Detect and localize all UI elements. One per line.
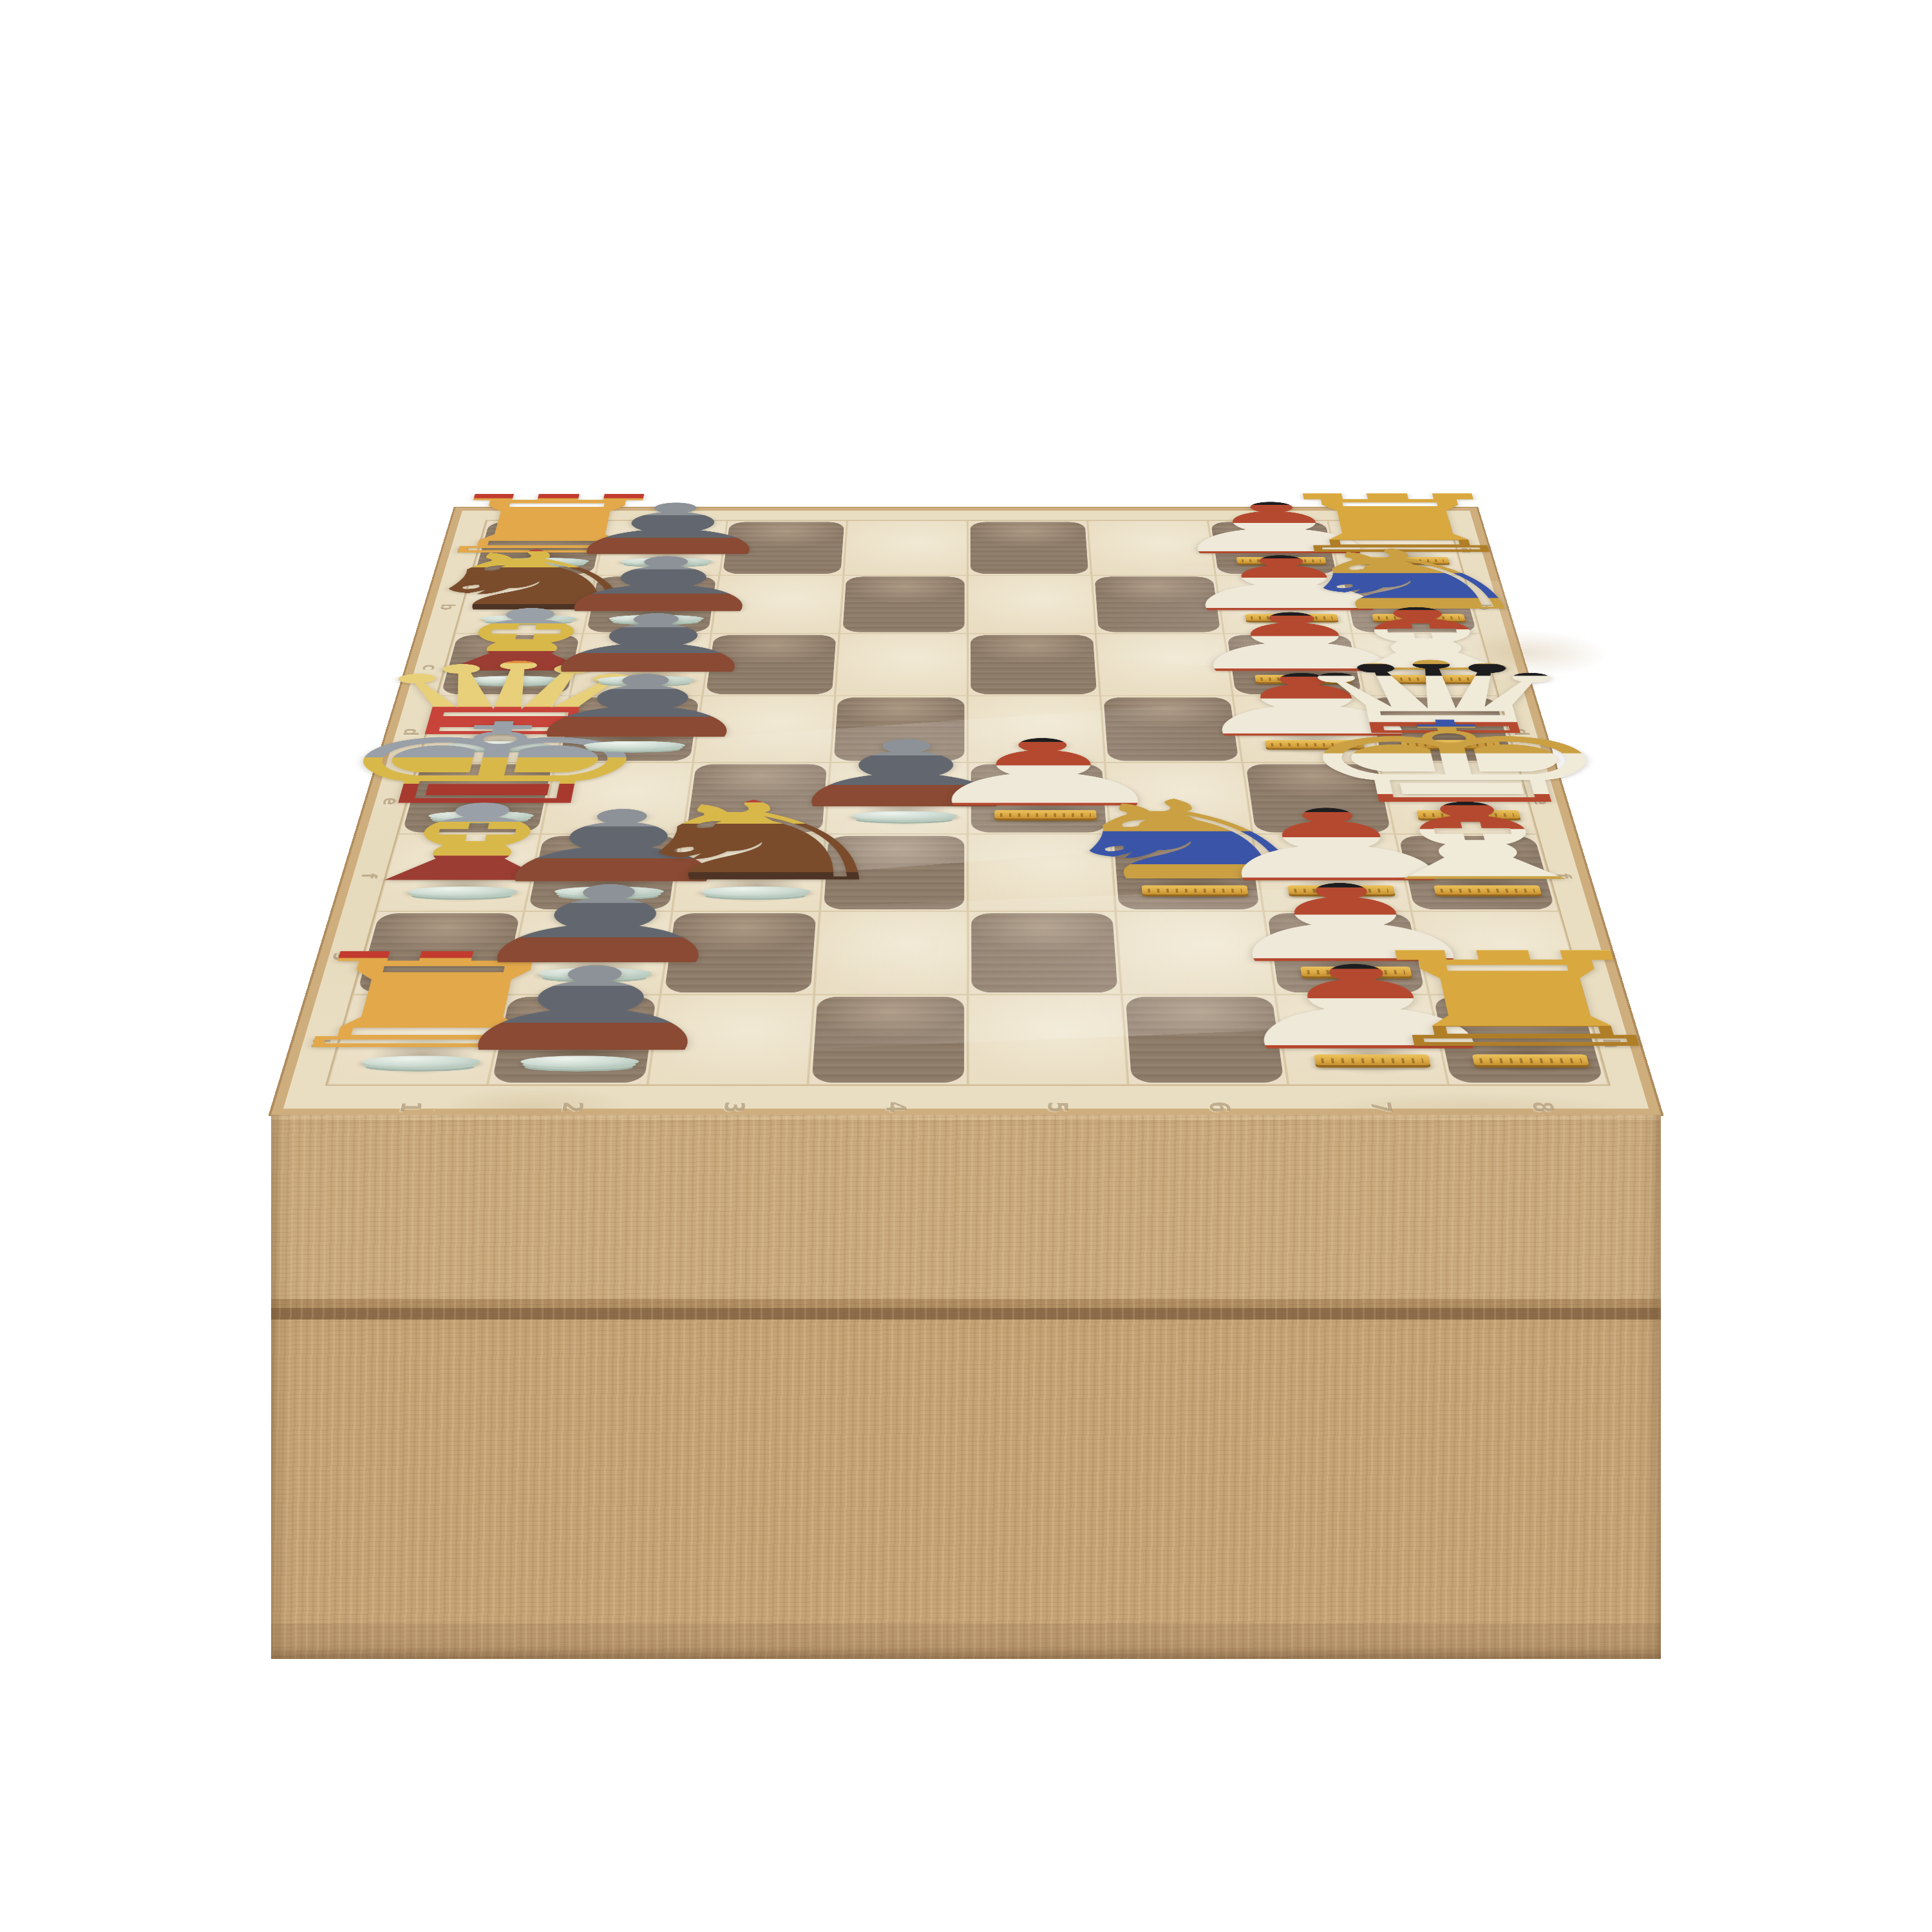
square-a5[interactable] <box>967 521 1092 576</box>
front-rank-label-7: 7 <box>1364 1102 1397 1113</box>
front-rank-label-8: 8 <box>1525 1102 1559 1113</box>
square-c4[interactable] <box>835 634 968 696</box>
square-g4[interactable] <box>814 911 968 994</box>
front-rank-label-1: 1 <box>393 1102 427 1113</box>
square-h5[interactable] <box>968 994 1128 1084</box>
square-g5[interactable] <box>968 911 1122 994</box>
front-rank-label-5: 5 <box>1041 1102 1074 1113</box>
product-photo-stage: 12345678aabbccddeeffgghh ♜♞♝♛♚♝♜♟♟♟♟♟♟♟♞… <box>0 0 1932 1932</box>
front-rank-label-4: 4 <box>880 1102 911 1113</box>
square-b5[interactable] <box>967 575 1095 633</box>
square-b4[interactable] <box>839 575 967 633</box>
square-a4[interactable] <box>844 521 968 576</box>
gold-hieroglyph-base <box>1472 1054 1590 1067</box>
chess-board-top: 12345678aabbccddeeffgghh ♜♞♝♛♚♝♜♟♟♟♟♟♟♟♞… <box>271 507 1661 1115</box>
white-pawn-glyph: ♟ <box>421 952 749 1068</box>
square-c5[interactable] <box>967 634 1100 696</box>
front-rank-label-3: 3 <box>717 1102 750 1113</box>
front-rank-label-6: 6 <box>1202 1102 1235 1113</box>
front-rank-label-2: 2 <box>555 1102 589 1113</box>
wooden-box-front <box>271 1115 1661 1659</box>
square-h4[interactable] <box>808 994 968 1084</box>
